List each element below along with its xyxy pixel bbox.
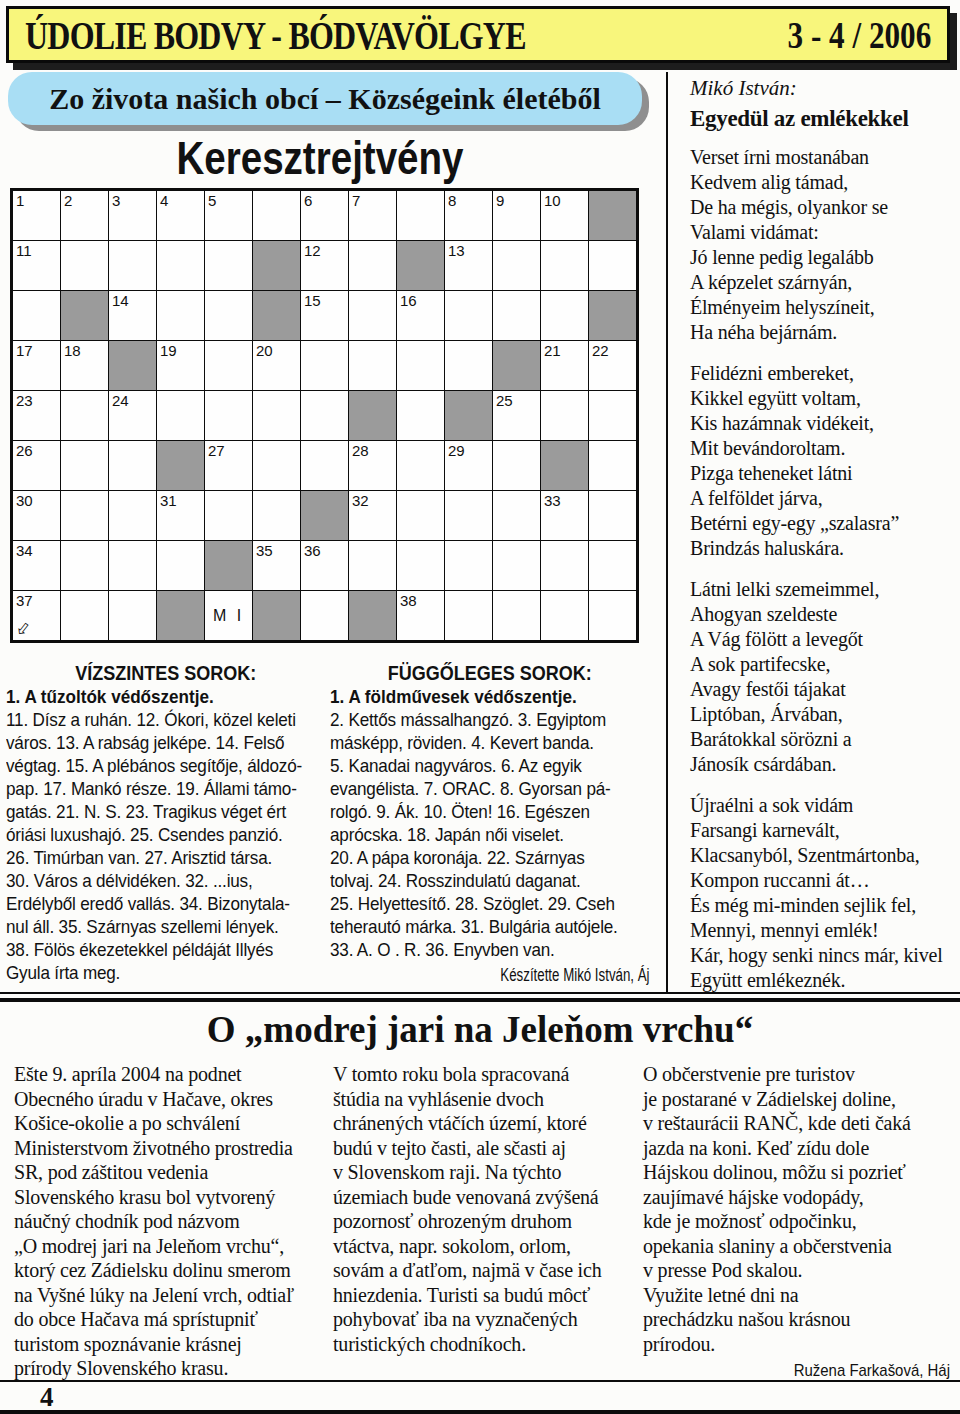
- section-banner: Zo života našich obcí – Községeink életé…: [8, 72, 642, 125]
- grid-cell[interactable]: 36: [301, 541, 348, 590]
- cell-number: 8: [448, 192, 456, 209]
- grid-cell[interactable]: [493, 591, 540, 640]
- down-first-clue: 1. A földművesek védőszentje.: [330, 685, 650, 708]
- grid-cell[interactable]: [397, 491, 444, 540]
- text-line: 38. Fölös ékezetekkel példáját Illyés: [6, 938, 326, 961]
- blocked-cell: [253, 591, 300, 640]
- grid-cell[interactable]: [157, 241, 204, 290]
- text-line: A felföldet járva,: [690, 486, 955, 511]
- cell-number: 6: [304, 192, 312, 209]
- text-line: náučný chodník pod názvom: [14, 1209, 319, 1234]
- grid-cell[interactable]: [589, 241, 636, 290]
- grid-cell[interactable]: [157, 291, 204, 340]
- text-line: 33. A. O . R. 36. Enyvben van.: [330, 938, 650, 961]
- cell-number: 37: [16, 592, 33, 609]
- text-line: Valami vidámat:: [690, 220, 955, 245]
- article-column-2: V tomto roku bola spracovanáštúdia na vy…: [333, 1062, 633, 1356]
- grid-cell[interactable]: [205, 491, 252, 540]
- blocked-cell: [109, 341, 156, 390]
- grid-cell[interactable]: [301, 441, 348, 490]
- text-line: V tomto roku bola spracovaná: [333, 1062, 633, 1087]
- cell-number: 26: [16, 442, 33, 459]
- grid-cell[interactable]: [493, 241, 540, 290]
- text-line: Kikkel együtt voltam,: [690, 386, 955, 411]
- cell-number: 4: [160, 192, 168, 209]
- grid-cell[interactable]: [301, 591, 348, 640]
- text-line: 26. Timúrban van. 27. Arisztid társa.: [6, 846, 326, 869]
- blocked-cell: [349, 391, 396, 440]
- grid-cell[interactable]: [253, 391, 300, 440]
- blocked-cell: [349, 591, 396, 640]
- text-line: Hájskou dolinou, môžu si pozrieť: [643, 1160, 950, 1185]
- cell-number: 34: [16, 542, 33, 559]
- text-line: opekania slaniny a občerstvenia: [643, 1234, 950, 1259]
- text-line: A képzelet szárnyán,: [690, 270, 955, 295]
- cell-number: 19: [160, 342, 177, 359]
- article-title: O „modrej jari na Jeleňom vrchu“: [0, 1008, 960, 1051]
- text-line: pap. 17. Mankó része. 19. Állami támo-: [6, 777, 326, 800]
- grid-cell[interactable]: 20: [253, 341, 300, 390]
- crossword-grid: 1234567891011121314151617181920212223242…: [10, 188, 639, 643]
- text-line: Obecného úradu v Hačave, okres: [14, 1087, 319, 1112]
- poem-title: Egyedül az emlékekkel: [690, 106, 955, 132]
- blocked-cell: [157, 591, 204, 640]
- grid-cell[interactable]: [253, 441, 300, 490]
- text-line: Ešte 9. apríla 2004 na podnet: [14, 1062, 319, 1087]
- grid-cell[interactable]: [589, 591, 636, 640]
- cell-number: 12: [304, 242, 321, 259]
- blocked-cell: [397, 241, 444, 290]
- cell-number: 7: [352, 192, 360, 209]
- cell-number: 9: [496, 192, 504, 209]
- text-line: De ha mégis, olyankor se: [690, 195, 955, 220]
- text-line: SR, pod záštitou vedenia: [14, 1160, 319, 1185]
- grid-cell[interactable]: [445, 591, 492, 640]
- section-banner-text: Zo života našich obcí – Községeink életé…: [49, 82, 601, 116]
- poem-stanza: Felidézni embereket,Kikkel együtt voltam…: [690, 361, 955, 561]
- grid-cell[interactable]: [397, 441, 444, 490]
- across-clue-text: 11. Dísz a ruhán. 12. Ókori, közel kelet…: [6, 708, 326, 984]
- text-line: Liptóban, Árvában,: [690, 702, 955, 727]
- grid-cell[interactable]: 34: [13, 541, 60, 590]
- text-line: ktorý cez Zádielsku dolinu smerom: [14, 1258, 319, 1283]
- grid-cell[interactable]: [541, 391, 588, 440]
- grid-cell[interactable]: 17: [13, 341, 60, 390]
- arrow-mark-icon: ⇩: [11, 617, 35, 642]
- grid-cell[interactable]: 8: [445, 191, 492, 240]
- across-clues-header: VÍZSZINTES SOROK:: [6, 662, 326, 685]
- grid-cell[interactable]: [541, 591, 588, 640]
- poem-stanza: Látni lelki szemeimmel,Ahogyan szeldeste…: [690, 577, 955, 777]
- text-line: Avagy festői tájakat: [690, 677, 955, 702]
- grid-cell[interactable]: 31: [157, 491, 204, 540]
- text-line: 25. Helyettesítő. 28. Szöglet. 29. Cseh: [330, 892, 650, 915]
- text-line: Betérni egy-egy „szalasra”: [690, 511, 955, 536]
- cell-number: 11: [16, 242, 32, 259]
- text-line: Látni lelki szemeimmel,: [690, 577, 955, 602]
- grid-cell[interactable]: 11: [13, 241, 60, 290]
- text-line: Ha néha bejárnám.: [690, 320, 955, 345]
- grid-cell[interactable]: [61, 541, 108, 590]
- text-line: végtag. 15. A plébános segítője, áldozó-: [6, 754, 326, 777]
- cell-number: 1: [16, 192, 24, 209]
- grid-cell[interactable]: 22: [589, 341, 636, 390]
- text-line: Verset írni mostanában: [690, 145, 955, 170]
- text-line: A sok partifecske,: [690, 652, 955, 677]
- grid-cell[interactable]: 23: [13, 391, 60, 440]
- grid-cell[interactable]: [157, 391, 204, 440]
- poem-stanza: Újraélni a sok vidámFarsangi karnevált,K…: [690, 793, 955, 993]
- text-line: Kis hazámnak vidékeit,: [690, 411, 955, 436]
- article-column-1: Ešte 9. apríla 2004 na podnetObecného úr…: [14, 1062, 319, 1381]
- text-line: v reštaurácii RANČ, kde deti čaká: [643, 1111, 950, 1136]
- blocked-cell: [205, 541, 252, 590]
- grid-cell[interactable]: 37⇩: [13, 591, 60, 640]
- text-line: Kompon ruccanni át…: [690, 868, 955, 893]
- newspaper-page: ÚDOLIE BODVY - BÓDVAVÖLGYE 3 - 4 / 2006 …: [0, 0, 960, 1414]
- cell-number: 15: [304, 292, 321, 309]
- grid-cell[interactable]: 33: [541, 491, 588, 540]
- grid-cell[interactable]: [397, 341, 444, 390]
- blocked-cell: [445, 391, 492, 440]
- text-line: Slovenského krasu bol vytvorený: [14, 1185, 319, 1210]
- grid-cell[interactable]: 30: [13, 491, 60, 540]
- grid-cell[interactable]: 14: [109, 291, 156, 340]
- footer-rule: [0, 1380, 960, 1382]
- cell-number: 5: [208, 192, 216, 209]
- grid-cell[interactable]: [109, 541, 156, 590]
- down-clues: FÜGGŐLEGES SOROK: 1. A földművesek védős…: [330, 662, 685, 986]
- grid-cell[interactable]: [541, 291, 588, 340]
- blocked-cell: [589, 291, 636, 340]
- text-line: Együtt emlékeznék.: [690, 968, 955, 993]
- cell-number: 13: [448, 242, 465, 259]
- grid-cell[interactable]: 5: [205, 191, 252, 240]
- blocked-cell: [493, 341, 540, 390]
- text-line: Farsangi karnevált,: [690, 818, 955, 843]
- grid-cell[interactable]: [205, 341, 252, 390]
- grid-cell[interactable]: [397, 191, 444, 240]
- crossword-credit: Készítette Mikó István, Áj: [388, 965, 650, 986]
- grid-cell[interactable]: 25: [493, 391, 540, 440]
- grid-cell[interactable]: [397, 541, 444, 590]
- text-line: óriási luxushajó. 25. Csendes panzió.: [6, 823, 326, 846]
- text-line: Mennyi, mennyi emlék!: [690, 918, 955, 943]
- grid-cell[interactable]: [589, 491, 636, 540]
- poem-stanza: Verset írni mostanábanKedvem alig támad,…: [690, 145, 955, 345]
- text-line: aprócska. 18. Japán női viselet.: [330, 823, 650, 846]
- cell-number: 10: [544, 192, 561, 209]
- text-line: je postarané v Zádielskej doline,: [643, 1087, 950, 1112]
- grid-cell[interactable]: [253, 191, 300, 240]
- grid-cell[interactable]: [205, 241, 252, 290]
- article-credit: Ružena Farkašová, Háj: [680, 1361, 950, 1381]
- text-line: 20. A pápa koronája. 22. Szárnyas: [330, 846, 650, 869]
- poem-column: Mikó István: Egyedül az emlékekkel Verse…: [690, 76, 955, 1009]
- text-line: Erdélyből eredő vallás. 34. Bizonytala-: [6, 892, 326, 915]
- cell-number: 25: [496, 392, 513, 409]
- text-line: prírodou.: [643, 1332, 950, 1357]
- grid-cell[interactable]: 15: [301, 291, 348, 340]
- grid-cell[interactable]: [253, 491, 300, 540]
- text-line: gatás. 21. N. S. 23. Tragikus véget ért: [6, 800, 326, 823]
- blocked-cell: [253, 291, 300, 340]
- across-clues: VÍZSZINTES SOROK: 1. A tűzoltók védőszen…: [6, 662, 361, 984]
- grid-cell[interactable]: 29: [445, 441, 492, 490]
- text-line: 11. Dísz a ruhán. 12. Ókori, közel kelet…: [6, 708, 326, 731]
- text-line: vtáctva, napr. sokolom, orlom,: [333, 1234, 633, 1259]
- cell-number: 21: [544, 342, 561, 359]
- text-line: sovám a ďatľom, najmä v čase ich: [333, 1258, 633, 1283]
- cell-number: 32: [352, 492, 369, 509]
- text-line: O občerstvenie pre turistov: [643, 1062, 950, 1087]
- text-line: Barátokkal sörözni a: [690, 727, 955, 752]
- text-line: zaujímavé hájske vodopády,: [643, 1185, 950, 1210]
- cell-number: 29: [448, 442, 465, 459]
- masthead: ÚDOLIE BODVY - BÓDVAVÖLGYE 3 - 4 / 2006: [6, 6, 950, 63]
- cell-number: 2: [64, 192, 72, 209]
- text-line: turistom spoznávanie krásnej: [14, 1332, 319, 1357]
- text-line: 5. Kanadai nagyváros. 6. Az egyik: [330, 754, 650, 777]
- grid-cell[interactable]: M I: [205, 591, 252, 640]
- grid-cell[interactable]: [301, 341, 348, 390]
- cell-number: 20: [256, 342, 273, 359]
- grid-cell[interactable]: 26: [13, 441, 60, 490]
- article-column-3: O občerstvenie pre turistovje postarané …: [643, 1062, 950, 1381]
- blocked-cell: [253, 241, 300, 290]
- grid-cell[interactable]: [109, 441, 156, 490]
- poem-author: Mikó István:: [690, 76, 955, 101]
- text-line: 2. Kettős mássalhangzó. 3. Egyiptom: [330, 708, 650, 731]
- text-line: kde je možnosť odpočinku,: [643, 1209, 950, 1234]
- grid-cell[interactable]: [157, 541, 204, 590]
- text-line: Využite letné dni na: [643, 1283, 950, 1308]
- text-line: turistických chodníkoch.: [333, 1332, 633, 1357]
- grid-cell[interactable]: 16: [397, 291, 444, 340]
- across-first-clue: 1. A tűzoltók védőszentje.: [6, 685, 326, 708]
- grid-cell[interactable]: [61, 591, 108, 640]
- cell-number: 33: [544, 492, 561, 509]
- masthead-title: ÚDOLIE BODVY - BÓDVAVÖLGYE: [25, 11, 526, 59]
- grid-cell[interactable]: [349, 241, 396, 290]
- text-line: nul áll. 35. Szárnyas szellemi lények.: [6, 915, 326, 938]
- grid-cell[interactable]: [445, 341, 492, 390]
- grid-cell[interactable]: 1: [13, 191, 60, 240]
- grid-cell[interactable]: [589, 441, 636, 490]
- text-line: prírody Slovenského krasu.: [14, 1356, 319, 1381]
- grid-cell[interactable]: [541, 241, 588, 290]
- cell-number: 23: [16, 392, 33, 409]
- grid-cell[interactable]: [301, 391, 348, 440]
- grid-cell[interactable]: 35: [253, 541, 300, 590]
- grid-cell[interactable]: 13: [445, 241, 492, 290]
- grid-cell[interactable]: 27: [205, 441, 252, 490]
- grid-cell[interactable]: [205, 391, 252, 440]
- cell-number: 35: [256, 542, 273, 559]
- cell-number: 3: [112, 192, 120, 209]
- page-number: 4: [40, 1382, 54, 1413]
- text-line: Pizga teheneket látni: [690, 461, 955, 486]
- grid-cell[interactable]: [493, 491, 540, 540]
- grid-cell[interactable]: [61, 441, 108, 490]
- text-line: štúdia na vyhlásenie dvoch: [333, 1087, 633, 1112]
- grid-cell[interactable]: 32: [349, 491, 396, 540]
- grid-cell[interactable]: 4: [157, 191, 204, 240]
- grid-cell[interactable]: 3: [109, 191, 156, 240]
- text-line: Mit bevándoroltam.: [690, 436, 955, 461]
- blocked-cell: [301, 491, 348, 540]
- cell-number: 38: [400, 592, 417, 609]
- section-rule-thick: [0, 998, 960, 1002]
- grid-cell[interactable]: [445, 491, 492, 540]
- text-line: Felidézni embereket,: [690, 361, 955, 386]
- grid-cell[interactable]: 7: [349, 191, 396, 240]
- cell-number: 31: [160, 492, 177, 509]
- text-line: evangélista. 7. ORAC. 8. Gyorsan pá-: [330, 777, 650, 800]
- grid-cell[interactable]: 12: [301, 241, 348, 290]
- grid-cell[interactable]: 21: [541, 341, 588, 390]
- text-line: Kedvem alig támad,: [690, 170, 955, 195]
- text-line: Jó lenne pedig legalább: [690, 245, 955, 270]
- cell-number: 14: [112, 292, 129, 309]
- grid-cell[interactable]: [13, 291, 60, 340]
- grid-cell[interactable]: [109, 591, 156, 640]
- article-column-3-text: O občerstvenie pre turistovje postarané …: [643, 1062, 950, 1356]
- text-line: A Vág fölött a levegőt: [690, 627, 955, 652]
- text-line: És még mi-minden sejlik fel,: [690, 893, 955, 918]
- grid-cell[interactable]: [61, 241, 108, 290]
- text-line: Klacsanyból, Szentmártonba,: [690, 843, 955, 868]
- grid-cell[interactable]: 38: [397, 591, 444, 640]
- text-line: teherautó márka. 31. Bulgária autójele.: [330, 915, 650, 938]
- text-line: pozornosť ohrozeným druhom: [333, 1209, 633, 1234]
- text-line: Újraélni a sok vidám: [690, 793, 955, 818]
- cell-number: 22: [592, 342, 609, 359]
- text-line: na Vyšné lúky na Jelení vrch, odtiaľ: [14, 1283, 319, 1308]
- cell-number: 24: [112, 392, 129, 409]
- grid-cell[interactable]: [397, 391, 444, 440]
- text-line: Élményeim helyszíneit,: [690, 295, 955, 320]
- grid-cell[interactable]: [445, 291, 492, 340]
- cell-number: 16: [400, 292, 417, 309]
- grid-cell[interactable]: 28: [349, 441, 396, 490]
- crossword-title: Keresztrejtvény: [62, 130, 579, 185]
- text-line: Gyula írta meg.: [6, 961, 326, 984]
- grid-cell[interactable]: [349, 541, 396, 590]
- grid-cell[interactable]: [541, 541, 588, 590]
- grid-cell[interactable]: [493, 441, 540, 490]
- grid-cell[interactable]: [589, 391, 636, 440]
- cell-number: 27: [208, 442, 225, 459]
- grid-cell[interactable]: [109, 241, 156, 290]
- text-line: hniezdenia. Turisti sa budú môcť: [333, 1283, 633, 1308]
- text-line: Ahogyan szeldeste: [690, 602, 955, 627]
- grid-cell[interactable]: [493, 541, 540, 590]
- cell-number: 28: [352, 442, 369, 459]
- down-clues-header: FÜGGŐLEGES SOROK:: [330, 662, 650, 685]
- grid-cell[interactable]: 9: [493, 191, 540, 240]
- grid-cell[interactable]: [493, 291, 540, 340]
- text-line: jazda na koni. Keď zídu dole: [643, 1136, 950, 1161]
- text-line: rolgó. 9. Ák. 10. Öten! 16. Egészen: [330, 800, 650, 823]
- text-line: Košice-okolie a po schválení: [14, 1111, 319, 1136]
- grid-cell[interactable]: [205, 291, 252, 340]
- grid-cell[interactable]: [61, 491, 108, 540]
- grid-cell[interactable]: 19: [157, 341, 204, 390]
- cell-number: 36: [304, 542, 321, 559]
- text-line: prechádzku našou krásnou: [643, 1307, 950, 1332]
- grid-cell[interactable]: [61, 391, 108, 440]
- grid-cell[interactable]: [349, 341, 396, 390]
- text-line: Ministerstvom životného prostredia: [14, 1136, 319, 1161]
- grid-cell[interactable]: 2: [61, 191, 108, 240]
- grid-cell[interactable]: [349, 291, 396, 340]
- down-clue-text: 2. Kettős mássalhangzó. 3. Egyiptommáské…: [330, 708, 650, 961]
- grid-cell[interactable]: 10: [541, 191, 588, 240]
- text-line: chránených vtáčích území, ktoré: [333, 1111, 633, 1136]
- masthead-issue: 3 - 4 / 2006: [787, 13, 931, 57]
- grid-cell[interactable]: 6: [301, 191, 348, 240]
- text-line: Brindzás haluskára.: [690, 536, 955, 561]
- text-line: pohybovať iba na vyznačených: [333, 1307, 633, 1332]
- blocked-cell: [157, 441, 204, 490]
- cell-number: 17: [16, 342, 33, 359]
- text-line: Jánosík csárdában.: [690, 752, 955, 777]
- grid-cell[interactable]: [445, 541, 492, 590]
- cell-number: 18: [64, 342, 81, 359]
- text-line: város. 13. A rabság jelképe. 14. Felső: [6, 731, 326, 754]
- text-line: tolvaj. 24. Rosszindulatú daganat.: [330, 869, 650, 892]
- section-rule-thin: [0, 992, 960, 994]
- text-line: 30. Város a délvidéken. 32. ...ius,: [6, 869, 326, 892]
- grid-cell[interactable]: 18: [61, 341, 108, 390]
- text-line: v presse Pod skalou.: [643, 1258, 950, 1283]
- blocked-cell: [541, 441, 588, 490]
- grid-cell[interactable]: 24: [109, 391, 156, 440]
- grid-cell[interactable]: [109, 491, 156, 540]
- text-line: „O modrej jari na Jeleňom vrchu“,: [14, 1234, 319, 1259]
- text-line: do obce Hačava má sprístupniť: [14, 1307, 319, 1332]
- bottom-rule: [0, 1410, 960, 1414]
- text-line: budú v tejto časti, ale sčasti aj: [333, 1136, 633, 1161]
- text-line: Kár, hogy senki nincs már, kivel: [690, 943, 955, 968]
- cell-letters: M I: [205, 591, 252, 640]
- cell-number: 30: [16, 492, 33, 509]
- text-line: másképp, röviden. 4. Kevert banda.: [330, 731, 650, 754]
- grid-cell[interactable]: [589, 541, 636, 590]
- text-line: územiach bude venovaná zvýšená: [333, 1185, 633, 1210]
- blocked-cell: [589, 191, 636, 240]
- blocked-cell: [61, 291, 108, 340]
- text-line: v Slovenskom raji. Na týchto: [333, 1160, 633, 1185]
